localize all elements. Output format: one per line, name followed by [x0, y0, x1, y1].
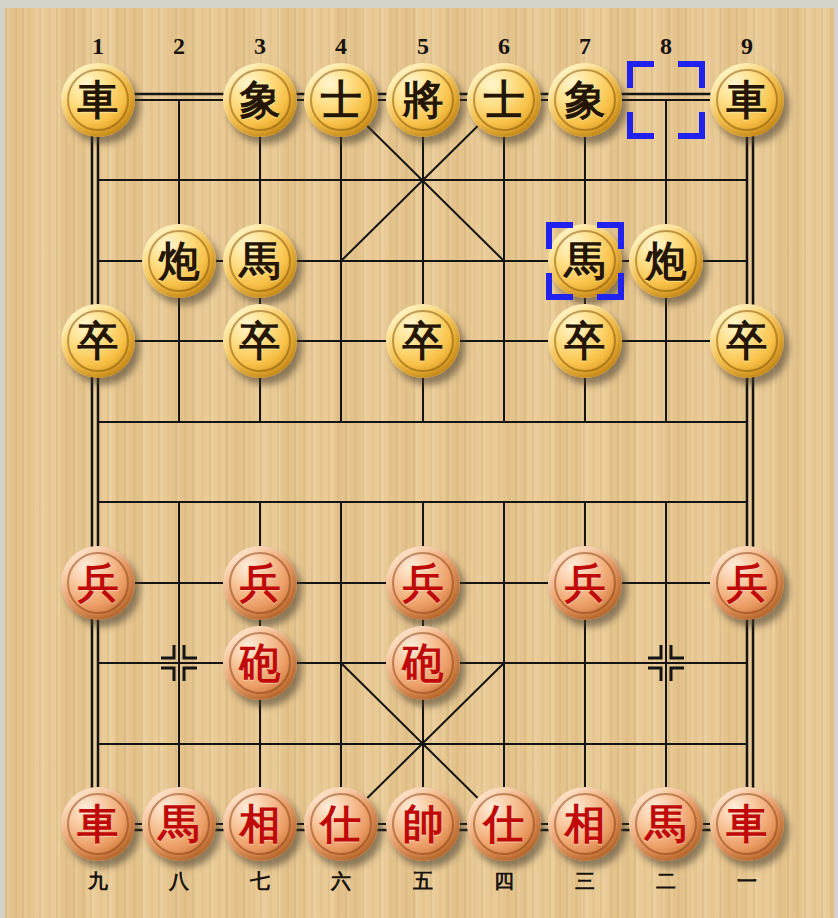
piece-red-advisor[interactable]: 仕	[467, 787, 541, 861]
window-frame: 123456789 九八七六五四三二一 車象士將士象車炮馬馬炮卒卒卒卒卒兵兵兵兵…	[0, 0, 838, 918]
piece-red-soldier[interactable]: 兵	[548, 546, 622, 620]
piece-red-elephant[interactable]: 相	[548, 787, 622, 861]
file-label-bottom-7: 三	[563, 868, 607, 895]
file-label-top-7: 7	[563, 33, 607, 60]
piece-red-horse[interactable]: 馬	[629, 787, 703, 861]
piece-black-cannon[interactable]: 炮	[629, 224, 703, 298]
piece-black-soldier[interactable]: 卒	[61, 304, 135, 378]
file-label-top-5: 5	[401, 33, 445, 60]
file-label-bottom-3: 七	[238, 868, 282, 895]
piece-black-rook[interactable]: 車	[710, 63, 784, 137]
piece-black-soldier[interactable]: 卒	[548, 304, 622, 378]
xiangqi-app: { "game": "xiangqi", "window": { "frame_…	[0, 0, 838, 918]
board-grid-lines	[0, 0, 838, 918]
piece-red-rook[interactable]: 車	[710, 787, 784, 861]
piece-black-advisor[interactable]: 士	[467, 63, 541, 137]
file-label-bottom-1: 九	[76, 868, 120, 895]
file-label-bottom-8: 二	[644, 868, 688, 895]
piece-black-cannon[interactable]: 炮	[142, 224, 216, 298]
file-label-bottom-2: 八	[157, 868, 201, 895]
piece-red-soldier[interactable]: 兵	[386, 546, 460, 620]
piece-red-soldier[interactable]: 兵	[223, 546, 297, 620]
piece-red-horse[interactable]: 馬	[142, 787, 216, 861]
file-label-top-6: 6	[482, 33, 526, 60]
piece-red-soldier[interactable]: 兵	[61, 546, 135, 620]
file-label-top-2: 2	[157, 33, 201, 60]
file-label-bottom-9: 一	[725, 868, 769, 895]
piece-red-cannon[interactable]: 砲	[223, 626, 297, 700]
piece-black-elephant[interactable]: 象	[223, 63, 297, 137]
piece-black-soldier[interactable]: 卒	[386, 304, 460, 378]
file-label-top-8: 8	[644, 33, 688, 60]
piece-black-horse[interactable]: 馬	[548, 224, 622, 298]
piece-black-soldier[interactable]: 卒	[223, 304, 297, 378]
piece-red-soldier[interactable]: 兵	[710, 546, 784, 620]
file-label-bottom-6: 四	[482, 868, 526, 895]
piece-black-soldier[interactable]: 卒	[710, 304, 784, 378]
file-label-top-4: 4	[319, 33, 363, 60]
piece-black-horse[interactable]: 馬	[223, 224, 297, 298]
file-label-top-9: 9	[725, 33, 769, 60]
file-label-bottom-5: 五	[401, 868, 445, 895]
file-label-top-3: 3	[238, 33, 282, 60]
piece-black-rook[interactable]: 車	[61, 63, 135, 137]
piece-red-general[interactable]: 帥	[386, 787, 460, 861]
piece-red-advisor[interactable]: 仕	[304, 787, 378, 861]
file-label-top-1: 1	[76, 33, 120, 60]
piece-red-rook[interactable]: 車	[61, 787, 135, 861]
piece-black-general[interactable]: 將	[386, 63, 460, 137]
piece-black-elephant[interactable]: 象	[548, 63, 622, 137]
file-label-bottom-4: 六	[319, 868, 363, 895]
piece-red-cannon[interactable]: 砲	[386, 626, 460, 700]
piece-black-advisor[interactable]: 士	[304, 63, 378, 137]
piece-red-elephant[interactable]: 相	[223, 787, 297, 861]
